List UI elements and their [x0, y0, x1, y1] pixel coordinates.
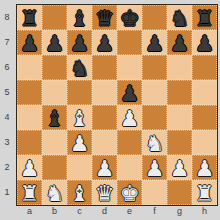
white-bishop-c4[interactable]: ♝: [70, 106, 90, 131]
black-pawn-c7[interactable]: ♟: [70, 31, 90, 56]
square-g1[interactable]: [167, 180, 192, 205]
square-e1[interactable]: ♚: [117, 180, 142, 205]
square-b5[interactable]: [42, 80, 67, 105]
square-h7[interactable]: ♟: [192, 30, 217, 55]
black-bishop-c8[interactable]: ♝: [70, 6, 90, 31]
chess-app-root: 87654321 ♜♝♛♚♞♜♟♟♟♟♟♟♟♞♟♝♝♟♟♞♟♟♟♟♟♜♞♝♛♚♜…: [0, 0, 220, 220]
square-h2[interactable]: ♟: [192, 155, 217, 180]
file-label-f: f: [142, 205, 167, 218]
square-b4[interactable]: ♝: [42, 105, 67, 130]
square-a2[interactable]: ♟: [17, 155, 42, 180]
rank-labels: 87654321: [0, 5, 14, 205]
square-b6[interactable]: [42, 55, 67, 80]
square-c5[interactable]: [67, 80, 92, 105]
square-h3[interactable]: [192, 130, 217, 155]
square-h6[interactable]: [192, 55, 217, 80]
square-g5[interactable]: [167, 80, 192, 105]
file-label-g: g: [167, 205, 192, 218]
square-a4[interactable]: [17, 105, 42, 130]
square-c2[interactable]: [67, 155, 92, 180]
square-c7[interactable]: ♟: [67, 30, 92, 55]
black-pawn-b7[interactable]: ♟: [45, 31, 65, 56]
square-h1[interactable]: ♜: [192, 180, 217, 205]
square-d5[interactable]: [92, 80, 117, 105]
black-knight-g8[interactable]: ♞: [170, 6, 190, 31]
white-rook-h1[interactable]: ♜: [195, 181, 215, 206]
square-d6[interactable]: [92, 55, 117, 80]
black-pawn-d7[interactable]: ♟: [95, 31, 115, 56]
file-label-a: a: [17, 205, 42, 218]
square-e4[interactable]: ♟: [117, 105, 142, 130]
square-f5[interactable]: [142, 80, 167, 105]
square-c6[interactable]: ♞: [67, 55, 92, 80]
square-e2[interactable]: [117, 155, 142, 180]
square-f6[interactable]: [142, 55, 167, 80]
file-label-b: b: [42, 205, 67, 218]
file-label-h: h: [192, 205, 217, 218]
white-pawn-c3[interactable]: ♟: [70, 131, 90, 156]
square-b3[interactable]: [42, 130, 67, 155]
square-d8[interactable]: ♛: [92, 5, 117, 30]
square-g2[interactable]: ♟: [167, 155, 192, 180]
chess-board: ♜♝♛♚♞♜♟♟♟♟♟♟♟♞♟♝♝♟♟♞♟♟♟♟♟♜♞♝♛♚♜: [16, 4, 218, 206]
square-d2[interactable]: ♟: [92, 155, 117, 180]
rank-label-1: 1: [0, 180, 14, 205]
black-knight-c6[interactable]: ♞: [70, 56, 90, 81]
square-e5[interactable]: ♟: [117, 80, 142, 105]
square-h8[interactable]: ♜: [192, 5, 217, 30]
black-pawn-g7[interactable]: ♟: [170, 31, 190, 56]
rank-label-3: 3: [0, 130, 14, 155]
square-b1[interactable]: ♞: [42, 180, 67, 205]
square-e7[interactable]: [117, 30, 142, 55]
rank-label-6: 6: [0, 55, 14, 80]
square-b7[interactable]: ♟: [42, 30, 67, 55]
rank-label-7: 7: [0, 30, 14, 55]
square-h4[interactable]: [192, 105, 217, 130]
black-queen-d8[interactable]: ♛: [95, 6, 115, 31]
square-e6[interactable]: [117, 55, 142, 80]
black-pawn-a7[interactable]: ♟: [20, 31, 40, 56]
square-b8[interactable]: [42, 5, 67, 30]
square-d1[interactable]: ♛: [92, 180, 117, 205]
square-a5[interactable]: [17, 80, 42, 105]
square-f3[interactable]: ♞: [142, 130, 167, 155]
white-pawn-g2[interactable]: ♟: [170, 156, 190, 181]
black-rook-a8[interactable]: ♜: [20, 6, 40, 31]
square-f4[interactable]: [142, 105, 167, 130]
square-c4[interactable]: ♝: [67, 105, 92, 130]
square-d4[interactable]: [92, 105, 117, 130]
square-e3[interactable]: [117, 130, 142, 155]
square-a8[interactable]: ♜: [17, 5, 42, 30]
file-labels: abcdefgh: [17, 205, 217, 218]
square-f7[interactable]: ♟: [142, 30, 167, 55]
rank-label-5: 5: [0, 80, 14, 105]
square-c1[interactable]: ♝: [67, 180, 92, 205]
square-g4[interactable]: [167, 105, 192, 130]
white-pawn-d2[interactable]: ♟: [95, 156, 115, 181]
square-g8[interactable]: ♞: [167, 5, 192, 30]
square-c8[interactable]: ♝: [67, 5, 92, 30]
square-f2[interactable]: ♟: [142, 155, 167, 180]
square-e8[interactable]: ♚: [117, 5, 142, 30]
square-a6[interactable]: [17, 55, 42, 80]
black-rook-h8[interactable]: ♜: [195, 6, 215, 31]
white-pawn-f2[interactable]: ♟: [145, 156, 165, 181]
square-a3[interactable]: [17, 130, 42, 155]
white-knight-b1[interactable]: ♞: [45, 181, 65, 206]
file-label-c: c: [67, 205, 92, 218]
square-f8[interactable]: [142, 5, 167, 30]
rank-label-2: 2: [0, 155, 14, 180]
white-knight-f3[interactable]: ♞: [145, 131, 165, 156]
square-a1[interactable]: ♜: [17, 180, 42, 205]
file-label-e: e: [117, 205, 142, 218]
square-g3[interactable]: [167, 130, 192, 155]
white-rook-a1[interactable]: ♜: [20, 181, 40, 206]
square-a7[interactable]: ♟: [17, 30, 42, 55]
black-pawn-e5[interactable]: ♟: [120, 81, 140, 106]
black-pawn-h7[interactable]: ♟: [195, 31, 215, 56]
black-pawn-f7[interactable]: ♟: [145, 31, 165, 56]
white-bishop-c1[interactable]: ♝: [70, 181, 90, 206]
rank-label-4: 4: [0, 105, 14, 130]
square-d3[interactable]: [92, 130, 117, 155]
square-c3[interactable]: ♟: [67, 130, 92, 155]
square-b2[interactable]: [42, 155, 67, 180]
black-king-e8[interactable]: ♚: [120, 6, 140, 31]
square-g6[interactable]: [167, 55, 192, 80]
rank-label-8: 8: [0, 5, 14, 30]
black-bishop-b4[interactable]: ♝: [45, 106, 65, 131]
square-h5[interactable]: [192, 80, 217, 105]
square-f1[interactable]: [142, 180, 167, 205]
white-king-e1[interactable]: ♚: [120, 181, 140, 206]
white-pawn-e4[interactable]: ♟: [120, 106, 140, 131]
file-label-d: d: [92, 205, 117, 218]
white-queen-d1[interactable]: ♛: [95, 181, 115, 206]
white-pawn-a2[interactable]: ♟: [20, 156, 40, 181]
white-pawn-h2[interactable]: ♟: [195, 156, 215, 181]
square-d7[interactable]: ♟: [92, 30, 117, 55]
square-g7[interactable]: ♟: [167, 30, 192, 55]
